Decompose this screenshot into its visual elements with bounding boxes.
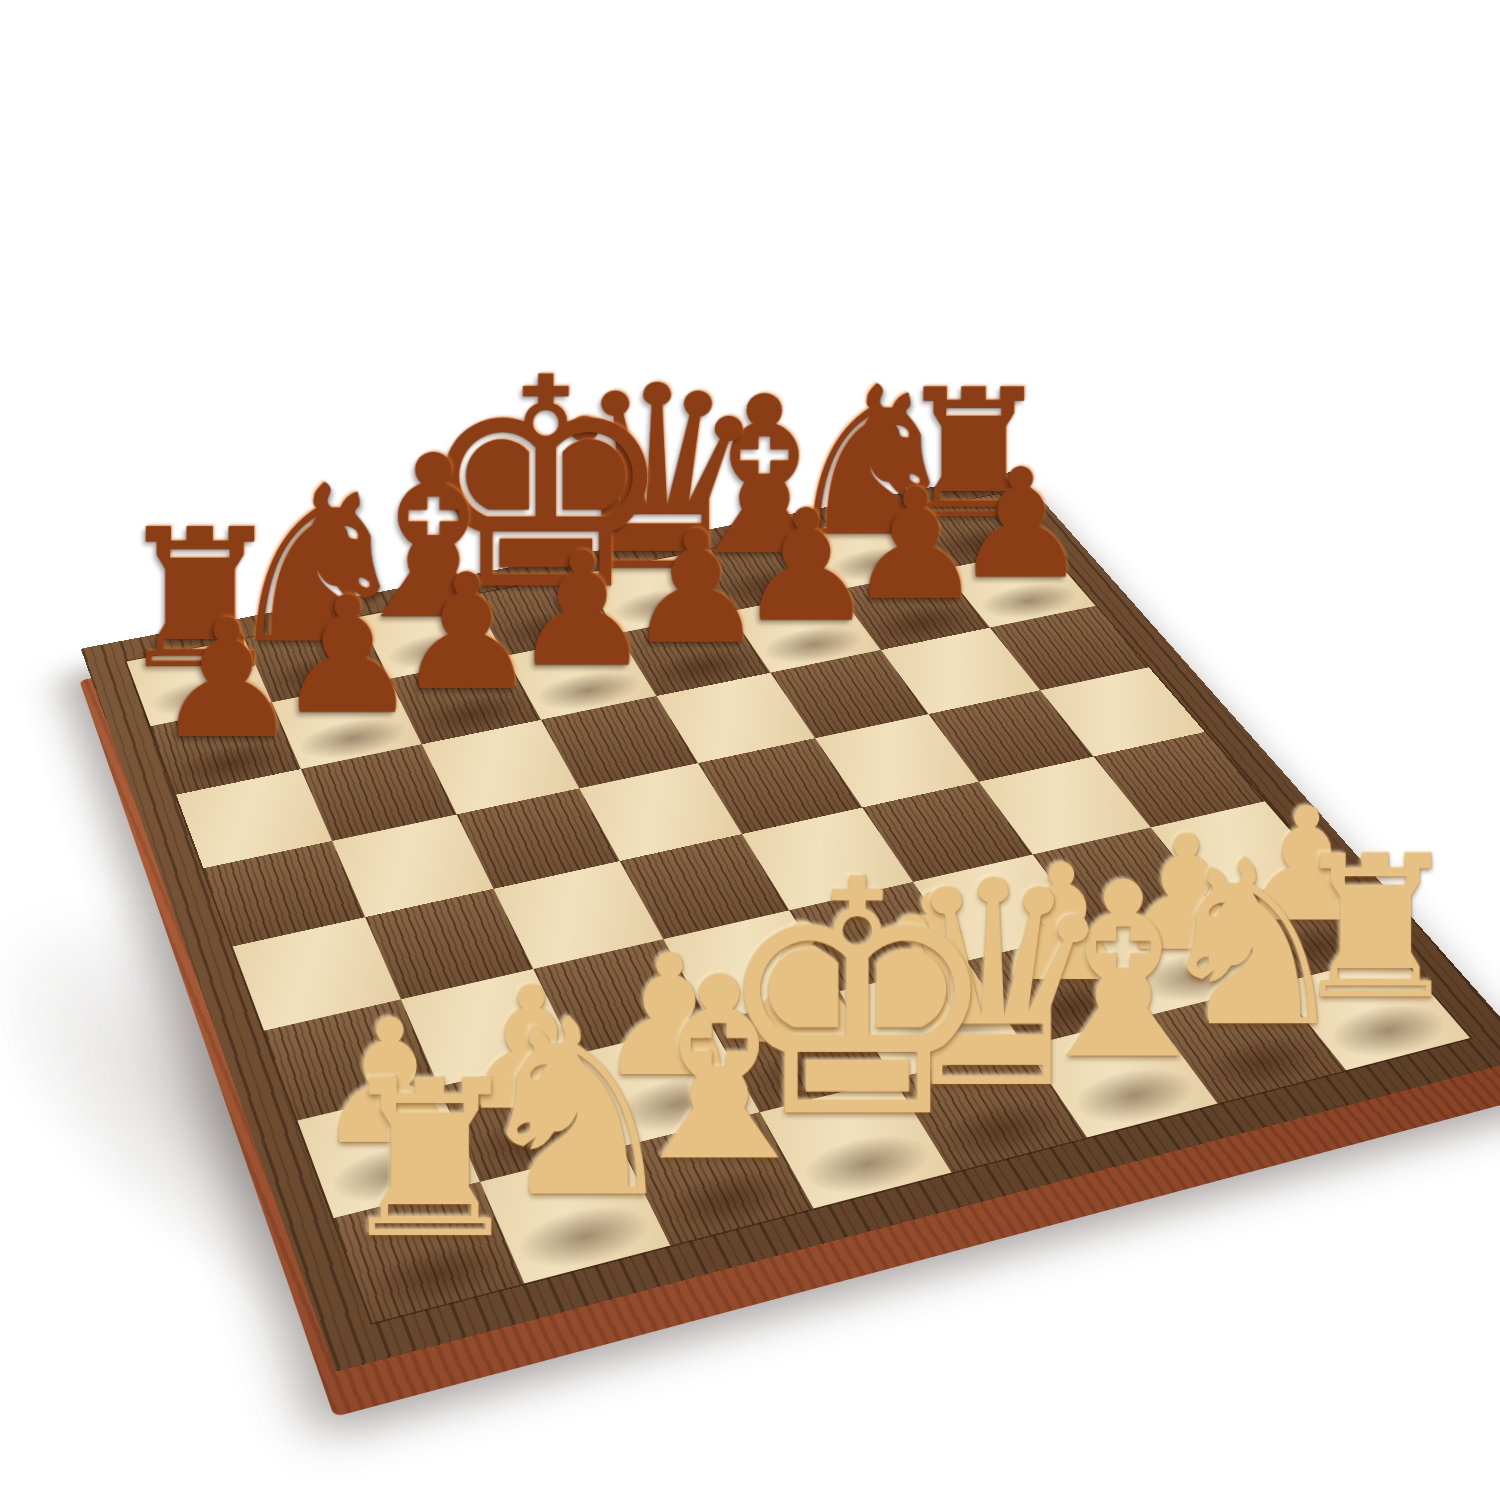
squares-grid: ♜♞♝♚♛♝♞♜♟♟♟♟♟♟♟♟♟♟♟♟♟♟♟♟♜♞♝♚♛♝♞♜ <box>124 493 1473 1325</box>
product-photo-scene: ♜♞♝♚♛♝♞♜♟♟♟♟♟♟♟♟♟♟♟♟♟♟♟♟♜♞♝♚♛♝♞♜ <box>0 0 1500 1500</box>
board-3d-wrapper: ♜♞♝♚♛♝♞♜♟♟♟♟♟♟♟♟♟♟♟♟♟♟♟♟♜♞♝♚♛♝♞♜ <box>81 471 1500 1372</box>
rook-glyph: ♜ <box>333 1058 527 1264</box>
square-a1: ♜ <box>334 1182 524 1323</box>
product-photo-canvas: { "game": "chess", "scene": "overhead-an… <box>0 0 1500 1500</box>
pawn-glyph: ♟ <box>153 602 299 757</box>
chess-board: ♜♞♝♚♛♝♞♜♟♟♟♟♟♟♟♟♟♟♟♟♟♟♟♟♜♞♝♚♛♝♞♜ <box>81 471 1500 1372</box>
